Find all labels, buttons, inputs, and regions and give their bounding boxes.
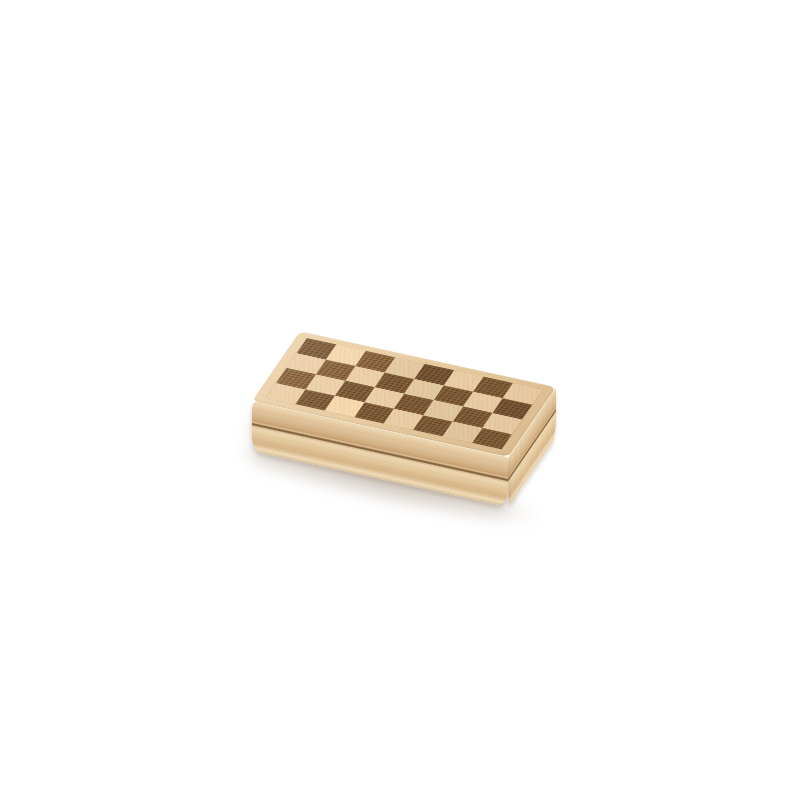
product-photo: [0, 0, 800, 800]
